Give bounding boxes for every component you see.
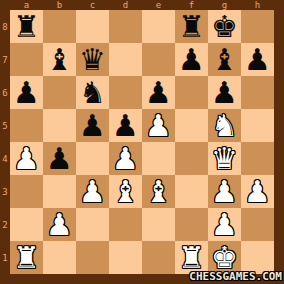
square-h2[interactable]: [241, 208, 274, 241]
square-d3[interactable]: ♝: [109, 175, 142, 208]
piece-black-pawn: ♟: [79, 109, 106, 142]
square-b3[interactable]: [43, 175, 76, 208]
rank-label-3: 3: [0, 175, 10, 208]
chess-diagram: abcdefgh 87654321 ♜♜♚♝♛♟♝♟♟♞♟♟♟♟♟♞♟♟♟♛♟♝…: [0, 0, 284, 284]
square-e1[interactable]: [142, 241, 175, 274]
square-a1[interactable]: ♜: [10, 241, 43, 274]
square-g3[interactable]: ♟: [208, 175, 241, 208]
square-a8[interactable]: ♜: [10, 10, 43, 43]
piece-white-rook: ♜: [13, 241, 40, 274]
piece-black-pawn: ♟: [46, 142, 73, 175]
piece-white-knight: ♞: [211, 109, 238, 142]
square-b8[interactable]: [43, 10, 76, 43]
piece-white-pawn: ♟: [211, 175, 238, 208]
rank-label-6: 6: [0, 76, 10, 109]
piece-black-knight: ♞: [79, 76, 106, 109]
piece-black-pawn: ♟: [178, 43, 205, 76]
square-b4[interactable]: ♟: [43, 142, 76, 175]
square-a6[interactable]: ♟: [10, 76, 43, 109]
chessgames-brand-link[interactable]: CHESSGAMES.COM: [189, 270, 282, 283]
rank-label-2: 2: [0, 208, 10, 241]
rank-label-8: 8: [0, 10, 10, 43]
square-g2[interactable]: ♟: [208, 208, 241, 241]
square-e3[interactable]: ♝: [142, 175, 175, 208]
square-g5[interactable]: ♞: [208, 109, 241, 142]
piece-white-bishop: ♝: [112, 175, 139, 208]
square-b7[interactable]: ♝: [43, 43, 76, 76]
square-a3[interactable]: [10, 175, 43, 208]
square-c1[interactable]: [76, 241, 109, 274]
square-b6[interactable]: [43, 76, 76, 109]
square-h7[interactable]: ♟: [241, 43, 274, 76]
square-c3[interactable]: ♟: [76, 175, 109, 208]
square-f2[interactable]: [175, 208, 208, 241]
piece-black-rook: ♜: [13, 10, 40, 43]
square-a4[interactable]: ♟: [10, 142, 43, 175]
square-h5[interactable]: [241, 109, 274, 142]
square-e8[interactable]: [142, 10, 175, 43]
square-h8[interactable]: [241, 10, 274, 43]
piece-black-bishop: ♝: [46, 43, 73, 76]
square-c7[interactable]: ♛: [76, 43, 109, 76]
square-h3[interactable]: ♟: [241, 175, 274, 208]
piece-black-pawn: ♟: [244, 43, 271, 76]
rank-label-1: 1: [0, 241, 10, 274]
piece-white-pawn: ♟: [79, 175, 106, 208]
square-c4[interactable]: [76, 142, 109, 175]
piece-black-pawn: ♟: [112, 109, 139, 142]
piece-white-pawn: ♟: [46, 208, 73, 241]
square-g8[interactable]: ♚: [208, 10, 241, 43]
square-d6[interactable]: [109, 76, 142, 109]
square-e7[interactable]: [142, 43, 175, 76]
square-f4[interactable]: [175, 142, 208, 175]
square-a5[interactable]: [10, 109, 43, 142]
square-h6[interactable]: [241, 76, 274, 109]
file-labels: abcdefgh: [10, 0, 274, 10]
square-d1[interactable]: [109, 241, 142, 274]
square-g6[interactable]: ♟: [208, 76, 241, 109]
square-a7[interactable]: [10, 43, 43, 76]
piece-black-bishop: ♝: [211, 43, 238, 76]
square-c5[interactable]: ♟: [76, 109, 109, 142]
square-d4[interactable]: ♟: [109, 142, 142, 175]
piece-black-rook: ♜: [178, 10, 205, 43]
square-c2[interactable]: [76, 208, 109, 241]
piece-white-pawn: ♟: [13, 142, 40, 175]
square-e6[interactable]: ♟: [142, 76, 175, 109]
square-f5[interactable]: [175, 109, 208, 142]
piece-white-bishop: ♝: [145, 175, 172, 208]
square-f7[interactable]: ♟: [175, 43, 208, 76]
piece-white-pawn: ♟: [112, 142, 139, 175]
square-e2[interactable]: [142, 208, 175, 241]
piece-black-king: ♚: [211, 10, 238, 43]
square-d8[interactable]: [109, 10, 142, 43]
square-f8[interactable]: ♜: [175, 10, 208, 43]
chess-board: ♜♜♚♝♛♟♝♟♟♞♟♟♟♟♟♞♟♟♟♛♟♝♝♟♟♟♟♜♜♚: [10, 10, 274, 274]
rank-labels: 87654321: [0, 10, 10, 274]
piece-white-pawn: ♟: [244, 175, 271, 208]
square-b2[interactable]: ♟: [43, 208, 76, 241]
square-f3[interactable]: [175, 175, 208, 208]
square-e5[interactable]: ♟: [142, 109, 175, 142]
square-d7[interactable]: [109, 43, 142, 76]
square-d5[interactable]: ♟: [109, 109, 142, 142]
square-g4[interactable]: ♛: [208, 142, 241, 175]
square-b1[interactable]: [43, 241, 76, 274]
rank-label-7: 7: [0, 43, 10, 76]
square-e4[interactable]: [142, 142, 175, 175]
piece-white-pawn: ♟: [145, 109, 172, 142]
piece-white-queen: ♛: [211, 142, 238, 175]
piece-black-queen: ♛: [79, 43, 106, 76]
piece-black-pawn: ♟: [211, 76, 238, 109]
square-h4[interactable]: [241, 142, 274, 175]
square-c8[interactable]: [76, 10, 109, 43]
square-a2[interactable]: [10, 208, 43, 241]
square-f6[interactable]: [175, 76, 208, 109]
square-g7[interactable]: ♝: [208, 43, 241, 76]
piece-black-pawn: ♟: [145, 76, 172, 109]
piece-white-pawn: ♟: [211, 208, 238, 241]
square-d2[interactable]: [109, 208, 142, 241]
rank-label-4: 4: [0, 142, 10, 175]
rank-label-5: 5: [0, 109, 10, 142]
square-b5[interactable]: [43, 109, 76, 142]
piece-black-pawn: ♟: [13, 76, 40, 109]
square-c6[interactable]: ♞: [76, 76, 109, 109]
